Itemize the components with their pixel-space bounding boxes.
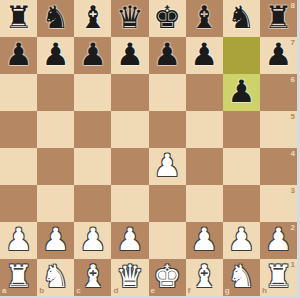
coord-rank-5: 5 [291,113,295,121]
piece-white-pawn[interactable]: ♟ [116,224,144,255]
square-d4[interactable] [111,148,148,185]
square-e8[interactable]: ♚ [149,0,186,37]
piece-white-knight[interactable]: ♞ [42,261,70,292]
piece-black-pawn[interactable]: ♟ [153,39,181,70]
square-g1[interactable]: ♞g [223,259,260,296]
square-c5[interactable] [74,111,111,148]
square-g8[interactable]: ♞ [223,0,260,37]
piece-white-rook[interactable]: ♜ [265,261,293,292]
piece-white-bishop[interactable]: ♝ [190,261,218,292]
square-h7[interactable]: ♟7 [260,37,297,74]
piece-black-pawn[interactable]: ♟ [79,39,107,70]
square-b1[interactable]: ♞b [37,259,74,296]
square-f5[interactable] [186,111,223,148]
square-g7[interactable] [223,37,260,74]
square-d1[interactable]: ♛d [111,259,148,296]
piece-white-pawn[interactable]: ♟ [42,224,70,255]
square-a5[interactable] [0,111,37,148]
square-f1[interactable]: ♝f [186,259,223,296]
square-b6[interactable] [37,74,74,111]
piece-white-pawn[interactable]: ♟ [5,224,33,255]
square-h3[interactable]: 3 [260,185,297,222]
piece-white-pawn[interactable]: ♟ [190,224,218,255]
square-c1[interactable]: ♝c [74,259,111,296]
piece-black-knight[interactable]: ♞ [227,2,255,33]
piece-black-bishop[interactable]: ♝ [79,2,107,33]
square-h4[interactable]: 4 [260,148,297,185]
piece-black-pawn[interactable]: ♟ [116,39,144,70]
square-e6[interactable] [149,74,186,111]
square-f8[interactable]: ♝ [186,0,223,37]
coord-rank-6: 6 [291,76,295,84]
piece-black-knight[interactable]: ♞ [42,2,70,33]
square-b8[interactable]: ♞ [37,0,74,37]
square-e7[interactable]: ♟ [149,37,186,74]
piece-white-bishop[interactable]: ♝ [79,261,107,292]
piece-black-pawn[interactable]: ♟ [227,76,255,107]
chess-board: ♜♞♝♛♚♝♞♜8♟♟♟♟♟♟♟7♟65♟43♟♟♟♟♟♟♟2♜a♞b♝c♛d♚… [0,0,297,296]
square-f3[interactable] [186,185,223,222]
coord-rank-3: 3 [291,187,295,195]
piece-black-rook[interactable]: ♜ [265,2,293,33]
square-b2[interactable]: ♟ [37,222,74,259]
square-e1[interactable]: ♚e [149,259,186,296]
piece-white-pawn[interactable]: ♟ [265,224,293,255]
square-b7[interactable]: ♟ [37,37,74,74]
square-d3[interactable] [111,185,148,222]
piece-white-pawn[interactable]: ♟ [153,150,181,181]
square-d5[interactable] [111,111,148,148]
square-a8[interactable]: ♜ [0,0,37,37]
square-g4[interactable] [223,148,260,185]
square-g6[interactable]: ♟ [223,74,260,111]
piece-white-queen[interactable]: ♛ [116,261,144,292]
square-c3[interactable] [74,185,111,222]
square-e4[interactable]: ♟ [149,148,186,185]
piece-black-pawn[interactable]: ♟ [265,39,293,70]
square-h2[interactable]: ♟2 [260,222,297,259]
square-f4[interactable] [186,148,223,185]
square-g5[interactable] [223,111,260,148]
square-c8[interactable]: ♝ [74,0,111,37]
square-d6[interactable] [111,74,148,111]
piece-black-pawn[interactable]: ♟ [42,39,70,70]
square-h8[interactable]: ♜8 [260,0,297,37]
square-f6[interactable] [186,74,223,111]
piece-white-pawn[interactable]: ♟ [79,224,107,255]
square-c6[interactable] [74,74,111,111]
piece-black-queen[interactable]: ♛ [116,2,144,33]
square-g3[interactable] [223,185,260,222]
square-a1[interactable]: ♜a [0,259,37,296]
square-e2[interactable] [149,222,186,259]
piece-black-pawn[interactable]: ♟ [190,39,218,70]
square-a6[interactable] [0,74,37,111]
square-f2[interactable]: ♟ [186,222,223,259]
piece-black-king[interactable]: ♚ [153,2,181,33]
square-d2[interactable]: ♟ [111,222,148,259]
square-a3[interactable] [0,185,37,222]
square-e5[interactable] [149,111,186,148]
square-c7[interactable]: ♟ [74,37,111,74]
square-h1[interactable]: ♜1h [260,259,297,296]
square-a7[interactable]: ♟ [0,37,37,74]
square-c2[interactable]: ♟ [74,222,111,259]
square-g2[interactable]: ♟ [223,222,260,259]
square-a2[interactable]: ♟ [0,222,37,259]
piece-white-pawn[interactable]: ♟ [227,224,255,255]
square-f7[interactable]: ♟ [186,37,223,74]
square-b3[interactable] [37,185,74,222]
piece-black-pawn[interactable]: ♟ [5,39,33,70]
piece-white-knight[interactable]: ♞ [227,261,255,292]
piece-white-king[interactable]: ♚ [153,261,181,292]
square-b4[interactable] [37,148,74,185]
chess-board-wrap: ♜♞♝♛♚♝♞♜8♟♟♟♟♟♟♟7♟65♟43♟♟♟♟♟♟♟2♜a♞b♝c♛d♚… [0,0,300,298]
square-a4[interactable] [0,148,37,185]
square-c4[interactable] [74,148,111,185]
square-h6[interactable]: 6 [260,74,297,111]
square-d7[interactable]: ♟ [111,37,148,74]
square-d8[interactable]: ♛ [111,0,148,37]
square-b5[interactable] [37,111,74,148]
square-e3[interactable] [149,185,186,222]
square-h5[interactable]: 5 [260,111,297,148]
piece-black-rook[interactable]: ♜ [5,2,33,33]
coord-rank-4: 4 [291,150,295,158]
piece-black-bishop[interactable]: ♝ [190,2,218,33]
piece-white-rook[interactable]: ♜ [5,261,33,292]
